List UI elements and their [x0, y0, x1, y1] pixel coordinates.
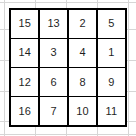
sheet-gridline-vertical: [4, 0, 5, 136]
grid-cell-r2c4[interactable]: 1: [98, 39, 125, 67]
grid-cell-r1c2[interactable]: 13: [40, 10, 67, 38]
sheet-gridline-horizontal: [0, 2, 136, 3]
grid-cell-r3c2[interactable]: 6: [40, 68, 67, 96]
grid-cell-r1c1[interactable]: 15: [11, 10, 38, 38]
grid-cell-r1c4[interactable]: 5: [98, 10, 125, 38]
sheet-gridline-vertical: [128, 0, 129, 136]
number-grid-board: 15132514341126891671011: [9, 8, 127, 127]
grid-cell-r3c1[interactable]: 12: [11, 68, 38, 96]
grid-cell-r2c1[interactable]: 14: [11, 39, 38, 67]
spreadsheet-background: 15132514341126891671011: [0, 0, 136, 136]
grid-cell-r3c4[interactable]: 9: [98, 68, 125, 96]
grid-cell-r4c3[interactable]: 10: [69, 97, 96, 125]
grid-cell-r2c3[interactable]: 4: [69, 39, 96, 67]
grid-cell-r4c4[interactable]: 11: [98, 97, 125, 125]
grid-cell-r4c1[interactable]: 16: [11, 97, 38, 125]
grid-cell-r2c2[interactable]: 3: [40, 39, 67, 67]
grid-cell-r1c3[interactable]: 2: [69, 10, 96, 38]
grid-cell-r4c2[interactable]: 7: [40, 97, 67, 125]
grid-cell-r3c3[interactable]: 8: [69, 68, 96, 96]
sheet-gridline-horizontal: [0, 134, 136, 135]
